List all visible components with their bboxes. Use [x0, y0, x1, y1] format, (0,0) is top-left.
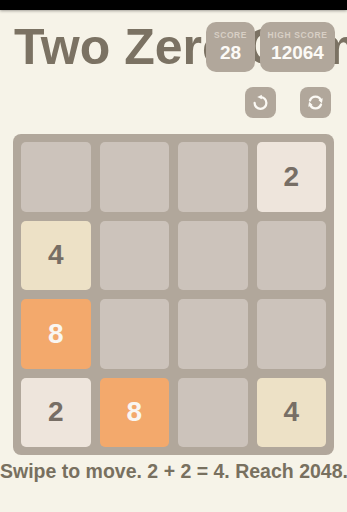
empty-cell-r2c2	[100, 221, 170, 291]
empty-cell-r3c2	[100, 299, 170, 369]
high-score-label: HIGH SCORE	[268, 30, 328, 40]
empty-cell-r4c3	[178, 378, 248, 448]
empty-cell-r2c4	[257, 221, 327, 291]
tile-8-r4c2: 8	[100, 378, 170, 448]
empty-cell-r2c3	[178, 221, 248, 291]
tile-2-r4c1: 2	[21, 378, 91, 448]
board[interactable]: 248284	[13, 134, 334, 455]
footer-instructions: Swipe to move. 2 + 2 = 4. Reach 2048.	[0, 460, 347, 483]
undo-icon	[251, 93, 270, 112]
refresh-button[interactable]	[300, 87, 331, 118]
score-label: SCORE	[214, 30, 247, 40]
app-screen: Two Zero Game SCORE 28 HIGH SCORE 12064 …	[0, 0, 347, 512]
score-box: SCORE 28	[206, 22, 255, 72]
status-bar	[0, 0, 347, 10]
empty-cell-r3c4	[257, 299, 327, 369]
tile-2-r1c4: 2	[257, 142, 327, 212]
high-score-value: 12064	[271, 42, 324, 64]
high-score-box: HIGH SCORE 12064	[260, 22, 335, 72]
undo-button[interactable]	[245, 87, 276, 118]
tile-4-r4c4: 4	[257, 378, 327, 448]
tile-8-r3c1: 8	[21, 299, 91, 369]
refresh-icon	[306, 93, 325, 112]
empty-cell-r1c3	[178, 142, 248, 212]
score-value: 28	[220, 42, 241, 64]
empty-cell-r1c1	[21, 142, 91, 212]
empty-cell-r1c2	[100, 142, 170, 212]
empty-cell-r3c3	[178, 299, 248, 369]
tile-4-r2c1: 4	[21, 221, 91, 291]
